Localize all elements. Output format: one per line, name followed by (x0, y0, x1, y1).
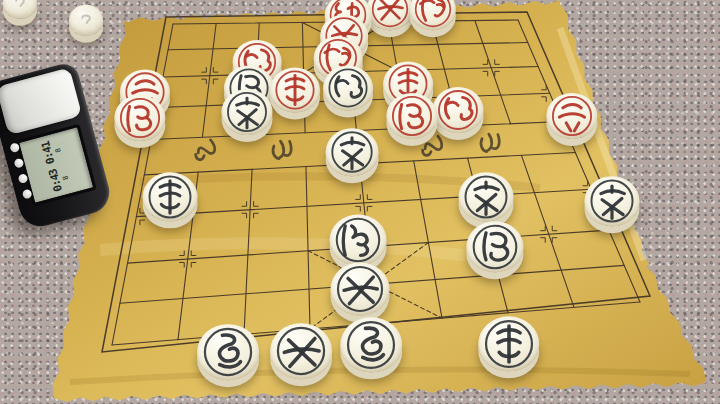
piece-black-cannon-e3[interactable] (323, 66, 373, 111)
captured-black-chariot[interactable] (478, 316, 539, 371)
glyph-horse (114, 95, 165, 141)
glyph-chariot (143, 172, 198, 221)
glyph-chariot (478, 316, 539, 371)
glyph-advisor (331, 262, 390, 315)
glyph-soldier (459, 172, 514, 221)
piece-black-soldier-g6[interactable] (459, 172, 514, 221)
piece-black-soldier-e5[interactable] (326, 128, 379, 176)
captured-black-elephant[interactable] (197, 324, 259, 380)
glyph-horse (466, 221, 523, 272)
captured-black-advisor[interactable] (270, 323, 332, 379)
piece-red-cannon-g4[interactable] (433, 87, 484, 133)
clock-far-sub-digit: 8 (55, 147, 63, 153)
piece-red-horse-f4[interactable] (386, 93, 437, 139)
glyph-advisor (270, 323, 332, 379)
glyph-horse (386, 93, 437, 139)
piece-black-horse-g7[interactable] (466, 221, 523, 272)
piece-red-elephant-g0[interactable] (410, 0, 456, 30)
off-board-piece[interactable] (3, 0, 37, 18)
captured-red-horse[interactable] (114, 95, 165, 141)
glyph-unidentified (3, 0, 37, 18)
piece-black-advisor-e8[interactable] (331, 262, 390, 315)
glyph-soldier (546, 93, 597, 139)
piece-black-soldier-c4[interactable] (221, 89, 272, 135)
glyph-elephant (340, 317, 402, 372)
glyph-general (330, 214, 387, 265)
clock-near-sub-digit: 8 (62, 174, 70, 180)
off-board-piece[interactable] (69, 5, 103, 36)
clock-button[interactable] (9, 142, 20, 153)
piece-black-general-e7[interactable] (330, 214, 387, 265)
piece-red-advisor-f0[interactable] (367, 0, 413, 30)
glyph-cannon (433, 87, 484, 133)
xiangqi-scene: 0:43 8 0:41 8 (0, 0, 720, 404)
piece-black-chariot-b6[interactable] (143, 172, 198, 221)
glyph-elephant (197, 324, 259, 380)
piece-red-chariot-d3[interactable] (270, 67, 320, 112)
glyph-elephant (410, 0, 456, 30)
piece-black-soldier-i6[interactable] (584, 176, 639, 226)
glyph-soldier (584, 176, 639, 226)
glyph-advisor (367, 0, 413, 30)
captured-black-elephant[interactable] (340, 317, 402, 372)
clock-button[interactable] (13, 158, 24, 169)
piece-red-soldier-i4[interactable] (546, 93, 597, 139)
glyph-cannon (323, 66, 373, 111)
glyph-soldier (221, 89, 272, 135)
glyph-soldier (326, 128, 379, 176)
glyph-unidentified (69, 5, 103, 36)
clock-button[interactable] (18, 173, 29, 184)
glyph-chariot (270, 67, 320, 112)
